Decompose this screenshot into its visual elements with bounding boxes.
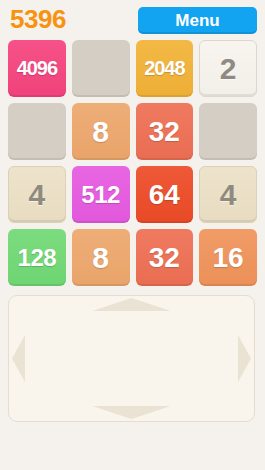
menu-button[interactable]: Menu: [138, 7, 257, 34]
score-value: 5396: [10, 4, 66, 35]
tile-128-r3c0: 128: [8, 229, 66, 286]
tile-4-r2c3: 4: [199, 166, 257, 223]
tile-2-r0c3: 2: [199, 40, 257, 97]
empty-cell-r0c1: [72, 40, 130, 97]
tile-32-r1c2: 32: [136, 103, 194, 160]
tile-4-r2c0: 4: [8, 166, 66, 223]
board-grid[interactable]: 409620482832451264412883216: [8, 40, 257, 286]
empty-cell-r1c0: [8, 103, 66, 160]
swipe-pad[interactable]: [8, 295, 255, 422]
tile-4096-r0c0: 4096: [8, 40, 66, 97]
tile-8-r3c1: 8: [72, 229, 130, 286]
swipe-up-arrow-icon: [93, 298, 171, 311]
tile-512-r2c1: 512: [72, 166, 130, 223]
swipe-right-arrow-icon: [238, 335, 251, 382]
tile-32-r3c2: 32: [136, 229, 194, 286]
tile-64-r2c2: 64: [136, 166, 194, 223]
tile-16-r3c3: 16: [199, 229, 257, 286]
tile-2048-r0c2: 2048: [136, 40, 194, 97]
swipe-left-arrow-icon: [12, 335, 25, 382]
empty-cell-r1c3: [199, 103, 257, 160]
tile-8-r1c1: 8: [72, 103, 130, 160]
swipe-down-arrow-icon: [93, 406, 171, 419]
2048-app: 5396 Menu 409620482832451264412883216: [0, 0, 265, 470]
